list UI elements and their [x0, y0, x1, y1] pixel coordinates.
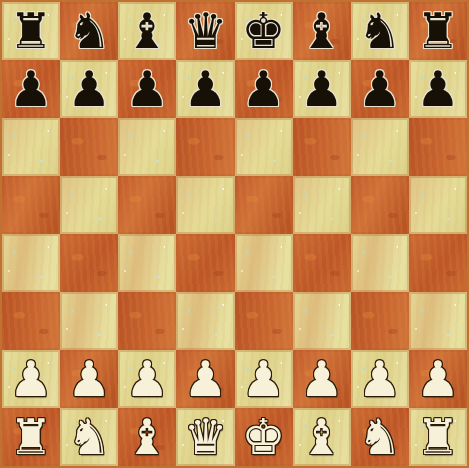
square-e5[interactable]: [235, 176, 293, 234]
square-d5[interactable]: [176, 176, 234, 234]
square-b1[interactable]: ♞: [60, 408, 118, 466]
square-g8[interactable]: ♞: [351, 2, 409, 60]
square-h7[interactable]: ♟: [409, 60, 467, 118]
piece-black-bishop[interactable]: ♝: [300, 7, 344, 56]
square-f6[interactable]: [293, 118, 351, 176]
square-g3[interactable]: [351, 292, 409, 350]
square-b7[interactable]: ♟: [60, 60, 118, 118]
square-a4[interactable]: [2, 234, 60, 292]
square-b6[interactable]: [60, 118, 118, 176]
piece-white-rook[interactable]: ♜: [9, 413, 53, 462]
piece-white-knight[interactable]: ♞: [67, 413, 111, 462]
square-f1[interactable]: ♝: [293, 408, 351, 466]
piece-white-pawn[interactable]: ♟: [416, 355, 460, 404]
piece-white-pawn[interactable]: ♟: [242, 355, 286, 404]
piece-black-knight[interactable]: ♞: [358, 7, 402, 56]
piece-black-rook[interactable]: ♜: [9, 7, 53, 56]
square-f3[interactable]: [293, 292, 351, 350]
square-h1[interactable]: ♜: [409, 408, 467, 466]
square-d6[interactable]: [176, 118, 234, 176]
square-c4[interactable]: [118, 234, 176, 292]
piece-black-pawn[interactable]: ♟: [358, 65, 402, 114]
piece-black-pawn[interactable]: ♟: [242, 65, 286, 114]
square-h3[interactable]: [409, 292, 467, 350]
square-e1[interactable]: ♚: [235, 408, 293, 466]
square-c1[interactable]: ♝: [118, 408, 176, 466]
piece-white-pawn[interactable]: ♟: [183, 355, 227, 404]
piece-black-pawn[interactable]: ♟: [67, 65, 111, 114]
square-f4[interactable]: [293, 234, 351, 292]
square-d1[interactable]: ♛: [176, 408, 234, 466]
square-h5[interactable]: [409, 176, 467, 234]
square-c5[interactable]: [118, 176, 176, 234]
square-g1[interactable]: ♞: [351, 408, 409, 466]
piece-black-queen[interactable]: ♛: [183, 7, 227, 56]
piece-black-pawn[interactable]: ♟: [9, 65, 53, 114]
piece-white-pawn[interactable]: ♟: [9, 355, 53, 404]
square-a7[interactable]: ♟: [2, 60, 60, 118]
square-f2[interactable]: ♟: [293, 350, 351, 408]
piece-black-knight[interactable]: ♞: [67, 7, 111, 56]
square-e3[interactable]: [235, 292, 293, 350]
square-h8[interactable]: ♜: [409, 2, 467, 60]
square-e2[interactable]: ♟: [235, 350, 293, 408]
square-g6[interactable]: [351, 118, 409, 176]
piece-black-pawn[interactable]: ♟: [183, 65, 227, 114]
square-g5[interactable]: [351, 176, 409, 234]
square-d4[interactable]: [176, 234, 234, 292]
square-h2[interactable]: ♟: [409, 350, 467, 408]
square-h4[interactable]: [409, 234, 467, 292]
piece-white-pawn[interactable]: ♟: [300, 355, 344, 404]
square-e6[interactable]: [235, 118, 293, 176]
square-c2[interactable]: ♟: [118, 350, 176, 408]
square-b3[interactable]: [60, 292, 118, 350]
square-f7[interactable]: ♟: [293, 60, 351, 118]
square-f5[interactable]: [293, 176, 351, 234]
square-e4[interactable]: [235, 234, 293, 292]
square-b5[interactable]: [60, 176, 118, 234]
piece-white-pawn[interactable]: ♟: [125, 355, 169, 404]
square-a2[interactable]: ♟: [2, 350, 60, 408]
piece-white-rook[interactable]: ♜: [416, 413, 460, 462]
square-b8[interactable]: ♞: [60, 2, 118, 60]
chess-board: ♜♞♝♛♚♝♞♜♟♟♟♟♟♟♟♟♟♟♟♟♟♟♟♟♜♞♝♛♚♝♞♜: [0, 0, 469, 468]
square-a1[interactable]: ♜: [2, 408, 60, 466]
square-f8[interactable]: ♝: [293, 2, 351, 60]
square-b2[interactable]: ♟: [60, 350, 118, 408]
piece-white-bishop[interactable]: ♝: [125, 413, 169, 462]
square-d8[interactable]: ♛: [176, 2, 234, 60]
piece-white-king[interactable]: ♚: [242, 413, 286, 462]
square-d2[interactable]: ♟: [176, 350, 234, 408]
square-g4[interactable]: [351, 234, 409, 292]
piece-white-knight[interactable]: ♞: [358, 413, 402, 462]
square-e8[interactable]: ♚: [235, 2, 293, 60]
square-b4[interactable]: [60, 234, 118, 292]
piece-black-pawn[interactable]: ♟: [125, 65, 169, 114]
square-d7[interactable]: ♟: [176, 60, 234, 118]
piece-white-pawn[interactable]: ♟: [67, 355, 111, 404]
square-c7[interactable]: ♟: [118, 60, 176, 118]
square-c8[interactable]: ♝: [118, 2, 176, 60]
square-a3[interactable]: [2, 292, 60, 350]
square-d3[interactable]: [176, 292, 234, 350]
square-e7[interactable]: ♟: [235, 60, 293, 118]
square-h6[interactable]: [409, 118, 467, 176]
square-c6[interactable]: [118, 118, 176, 176]
square-c3[interactable]: [118, 292, 176, 350]
square-a8[interactable]: ♜: [2, 2, 60, 60]
piece-black-rook[interactable]: ♜: [416, 7, 460, 56]
piece-black-bishop[interactable]: ♝: [125, 7, 169, 56]
piece-black-pawn[interactable]: ♟: [416, 65, 460, 114]
square-a5[interactable]: [2, 176, 60, 234]
piece-white-pawn[interactable]: ♟: [358, 355, 402, 404]
square-g2[interactable]: ♟: [351, 350, 409, 408]
piece-black-pawn[interactable]: ♟: [300, 65, 344, 114]
piece-white-bishop[interactable]: ♝: [300, 413, 344, 462]
piece-white-queen[interactable]: ♛: [183, 413, 227, 462]
square-a6[interactable]: [2, 118, 60, 176]
piece-black-king[interactable]: ♚: [242, 7, 286, 56]
square-g7[interactable]: ♟: [351, 60, 409, 118]
